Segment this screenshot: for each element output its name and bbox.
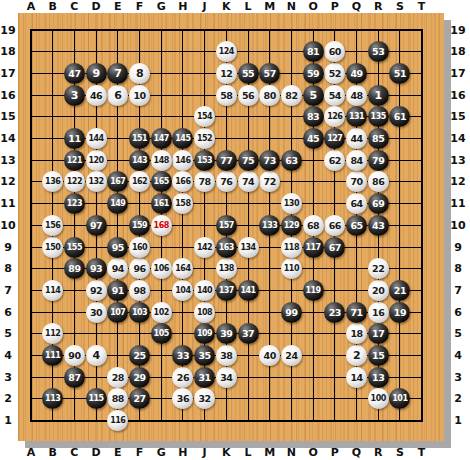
row-label-right: 16 [448, 89, 468, 102]
stone-black-165: 165 [151, 171, 172, 192]
stone-white-84: 84 [346, 150, 367, 171]
row-label-right: 11 [448, 197, 468, 210]
stone-black-147: 147 [151, 128, 172, 149]
row-label-left: 14 [0, 132, 16, 145]
column-label-bottom: N [281, 446, 301, 459]
row-label-left: 4 [0, 349, 16, 362]
stone-white-82: 82 [281, 85, 302, 106]
stone-black-133: 133 [259, 215, 280, 236]
row-label-left: 3 [0, 371, 16, 384]
stone-white-58: 58 [216, 85, 237, 106]
column-label-top: Q [347, 0, 367, 13]
column-label-bottom: R [368, 446, 388, 459]
row-label-left: 5 [0, 327, 16, 340]
stone-white-12: 12 [216, 63, 237, 84]
column-label-top: N [281, 0, 301, 13]
stone-white-124: 124 [216, 41, 237, 62]
stone-black-79: 79 [368, 150, 389, 171]
stone-black-17: 17 [368, 323, 389, 344]
stone-black-119: 119 [303, 280, 324, 301]
column-label-top: T [412, 0, 432, 13]
stone-black-83: 83 [303, 106, 324, 127]
row-label-right: 2 [448, 392, 468, 405]
stone-black-3: 3 [64, 85, 85, 106]
stone-white-54: 54 [324, 85, 345, 106]
row-label-left: 19 [0, 24, 16, 37]
stone-white-8: 8 [129, 63, 150, 84]
column-label-bottom: K [216, 446, 236, 459]
stone-black-47: 47 [64, 63, 85, 84]
stone-white-146: 146 [172, 150, 193, 171]
stone-white-140: 140 [194, 280, 215, 301]
stone-black-49: 49 [346, 63, 367, 84]
column-label-top: S [390, 0, 410, 13]
stone-black-87: 87 [64, 367, 85, 388]
stone-white-74: 74 [238, 171, 259, 192]
row-label-right: 5 [448, 327, 468, 340]
stone-white-142: 142 [194, 237, 215, 258]
stone-black-157: 157 [216, 215, 237, 236]
column-label-bottom: H [173, 446, 193, 459]
row-label-right: 13 [448, 154, 468, 167]
stone-black-45: 45 [303, 128, 324, 149]
column-label-bottom: G [151, 446, 171, 459]
stone-white-14: 14 [346, 367, 367, 388]
column-label-top: H [173, 0, 193, 13]
stone-black-163: 163 [216, 237, 237, 258]
row-label-right: 6 [448, 306, 468, 319]
stone-white-46: 46 [86, 85, 107, 106]
stone-black-43: 43 [368, 215, 389, 236]
column-label-bottom: Q [347, 446, 367, 459]
stone-black-155: 155 [64, 237, 85, 258]
row-label-right: 18 [448, 45, 468, 58]
stone-black-121: 121 [64, 150, 85, 171]
stone-white-144: 144 [86, 128, 107, 149]
stone-white-160: 160 [129, 237, 150, 258]
stone-black-129: 129 [281, 215, 302, 236]
stone-black-69: 69 [368, 193, 389, 214]
stone-black-161: 161 [151, 193, 172, 214]
stone-white-22: 22 [368, 258, 389, 279]
stone-white-156: 156 [42, 215, 63, 236]
row-label-left: 10 [0, 219, 16, 232]
stone-black-97: 97 [86, 215, 107, 236]
stone-black-13: 13 [368, 367, 389, 388]
stone-white-56: 56 [238, 85, 259, 106]
stone-black-53: 53 [368, 41, 389, 62]
stone-black-85: 85 [368, 128, 389, 149]
stone-white-64: 64 [346, 193, 367, 214]
stone-white-2: 2 [346, 345, 367, 366]
row-label-right: 4 [448, 349, 468, 362]
stone-black-93: 93 [86, 258, 107, 279]
stone-black-23: 23 [324, 302, 345, 323]
stone-black-55: 55 [238, 63, 259, 84]
stone-black-67: 67 [324, 237, 345, 258]
stone-black-73: 73 [259, 150, 280, 171]
column-label-bottom: M [260, 446, 280, 459]
stone-white-168: 168 [151, 215, 172, 236]
stone-white-48: 48 [346, 85, 367, 106]
column-label-bottom: J [195, 446, 215, 459]
stone-black-15: 15 [368, 345, 389, 366]
stone-black-5: 5 [303, 85, 324, 106]
stone-black-137: 137 [216, 280, 237, 301]
row-label-right: 8 [448, 262, 468, 275]
column-label-bottom: E [108, 446, 128, 459]
stone-white-100: 100 [368, 388, 389, 409]
stone-black-9: 9 [86, 63, 107, 84]
column-label-bottom: A [21, 446, 41, 459]
stone-white-4: 4 [86, 345, 107, 366]
column-label-bottom: C [64, 446, 84, 459]
stone-black-65: 65 [346, 215, 367, 236]
stone-black-63: 63 [281, 150, 302, 171]
stone-black-29: 29 [129, 367, 150, 388]
row-label-right: 3 [448, 371, 468, 384]
stone-black-123: 123 [64, 193, 85, 214]
column-label-top: K [216, 0, 236, 13]
stone-black-107: 107 [107, 302, 128, 323]
stone-black-77: 77 [216, 150, 237, 171]
stone-white-24: 24 [281, 345, 302, 366]
row-label-left: 7 [0, 284, 16, 297]
stone-white-66: 66 [324, 215, 345, 236]
row-label-right: 1 [448, 414, 468, 427]
stone-black-11: 11 [64, 128, 85, 149]
stone-white-92: 92 [86, 280, 107, 301]
column-label-top: B [43, 0, 63, 13]
stone-white-108: 108 [194, 302, 215, 323]
row-label-left: 16 [0, 89, 16, 102]
stone-black-57: 57 [259, 63, 280, 84]
stone-white-138: 138 [216, 258, 237, 279]
row-label-left: 12 [0, 175, 16, 188]
column-label-top: E [108, 0, 128, 13]
stone-black-115: 115 [86, 388, 107, 409]
column-label-top: R [368, 0, 388, 13]
stone-white-30: 30 [86, 302, 107, 323]
row-label-right: 19 [448, 24, 468, 37]
row-label-right: 12 [448, 175, 468, 188]
column-label-top: O [303, 0, 323, 13]
stone-white-68: 68 [303, 215, 324, 236]
stone-white-62: 62 [324, 150, 345, 171]
column-label-top: A [21, 0, 41, 13]
column-label-bottom: F [130, 446, 150, 459]
stone-white-90: 90 [64, 345, 85, 366]
stone-black-59: 59 [303, 63, 324, 84]
stone-white-34: 34 [216, 367, 237, 388]
row-label-left: 18 [0, 45, 16, 58]
row-label-left: 17 [0, 67, 16, 80]
stone-black-75: 75 [238, 150, 259, 171]
stone-white-6: 6 [107, 85, 128, 106]
stone-white-80: 80 [259, 85, 280, 106]
stone-black-39: 39 [216, 323, 237, 344]
stone-black-105: 105 [151, 323, 172, 344]
stone-white-132: 132 [86, 171, 107, 192]
row-label-right: 9 [448, 241, 468, 254]
row-label-right: 14 [448, 132, 468, 145]
stone-black-117: 117 [303, 237, 324, 258]
stone-white-116: 116 [107, 410, 128, 431]
stone-black-81: 81 [303, 41, 324, 62]
go-board[interactable]: 1234567891011121314151617181920212223242… [18, 13, 444, 441]
row-label-right: 15 [448, 110, 468, 123]
column-label-bottom: D [86, 446, 106, 459]
row-label-left: 8 [0, 262, 16, 275]
stone-black-89: 89 [64, 258, 85, 279]
row-label-left: 13 [0, 154, 16, 167]
row-label-right: 10 [448, 219, 468, 232]
column-label-bottom: L [238, 446, 258, 459]
stone-white-148: 148 [151, 150, 172, 171]
row-label-right: 17 [448, 67, 468, 80]
stone-black-31: 31 [194, 367, 215, 388]
stone-black-19: 19 [389, 302, 410, 323]
row-label-left: 2 [0, 392, 16, 405]
stone-black-71: 71 [346, 302, 367, 323]
stone-black-99: 99 [281, 302, 302, 323]
stone-white-28: 28 [107, 367, 128, 388]
column-label-top: D [86, 0, 106, 13]
stone-black-143: 143 [129, 150, 150, 171]
stone-white-134: 134 [238, 237, 259, 258]
stone-white-26: 26 [172, 367, 193, 388]
column-label-bottom: S [390, 446, 410, 459]
stone-white-102: 102 [151, 302, 172, 323]
stone-white-20: 20 [368, 280, 389, 301]
column-label-top: P [325, 0, 345, 13]
stone-white-44: 44 [346, 128, 367, 149]
stone-white-150: 150 [42, 237, 63, 258]
row-label-left: 11 [0, 197, 16, 210]
stone-white-16: 16 [368, 302, 389, 323]
stone-white-114: 114 [42, 280, 63, 301]
column-label-top: F [130, 0, 150, 13]
column-label-top: M [260, 0, 280, 13]
row-label-left: 6 [0, 306, 16, 319]
column-label-top: G [151, 0, 171, 13]
stone-black-1: 1 [368, 85, 389, 106]
column-label-top: J [195, 0, 215, 13]
column-label-top: L [238, 0, 258, 13]
stone-black-25: 25 [129, 345, 150, 366]
row-label-left: 1 [0, 414, 16, 427]
column-label-bottom: O [303, 446, 323, 459]
stone-black-35: 35 [194, 345, 215, 366]
column-label-top: C [64, 0, 84, 13]
stone-white-86: 86 [368, 171, 389, 192]
row-label-right: 7 [448, 284, 468, 297]
stone-white-118: 118 [281, 237, 302, 258]
row-label-left: 9 [0, 241, 16, 254]
stone-black-159: 159 [129, 215, 150, 236]
stone-white-110: 110 [281, 258, 302, 279]
stone-black-103: 103 [129, 302, 150, 323]
column-label-bottom: T [412, 446, 432, 459]
stone-black-135: 135 [368, 106, 389, 127]
stone-black-37: 37 [238, 323, 259, 344]
stone-black-95: 95 [107, 237, 128, 258]
row-label-left: 15 [0, 110, 16, 123]
stone-white-152: 152 [194, 128, 215, 149]
stone-black-153: 153 [194, 150, 215, 171]
column-label-bottom: B [43, 446, 63, 459]
stone-black-141: 141 [238, 280, 259, 301]
stone-white-120: 120 [86, 150, 107, 171]
stone-black-151: 151 [129, 128, 150, 149]
stone-white-10: 10 [129, 85, 150, 106]
stone-white-38: 38 [216, 345, 237, 366]
stone-white-130: 130 [281, 193, 302, 214]
column-label-bottom: P [325, 446, 345, 459]
stone-white-106: 106 [151, 258, 172, 279]
stone-white-98: 98 [129, 280, 150, 301]
